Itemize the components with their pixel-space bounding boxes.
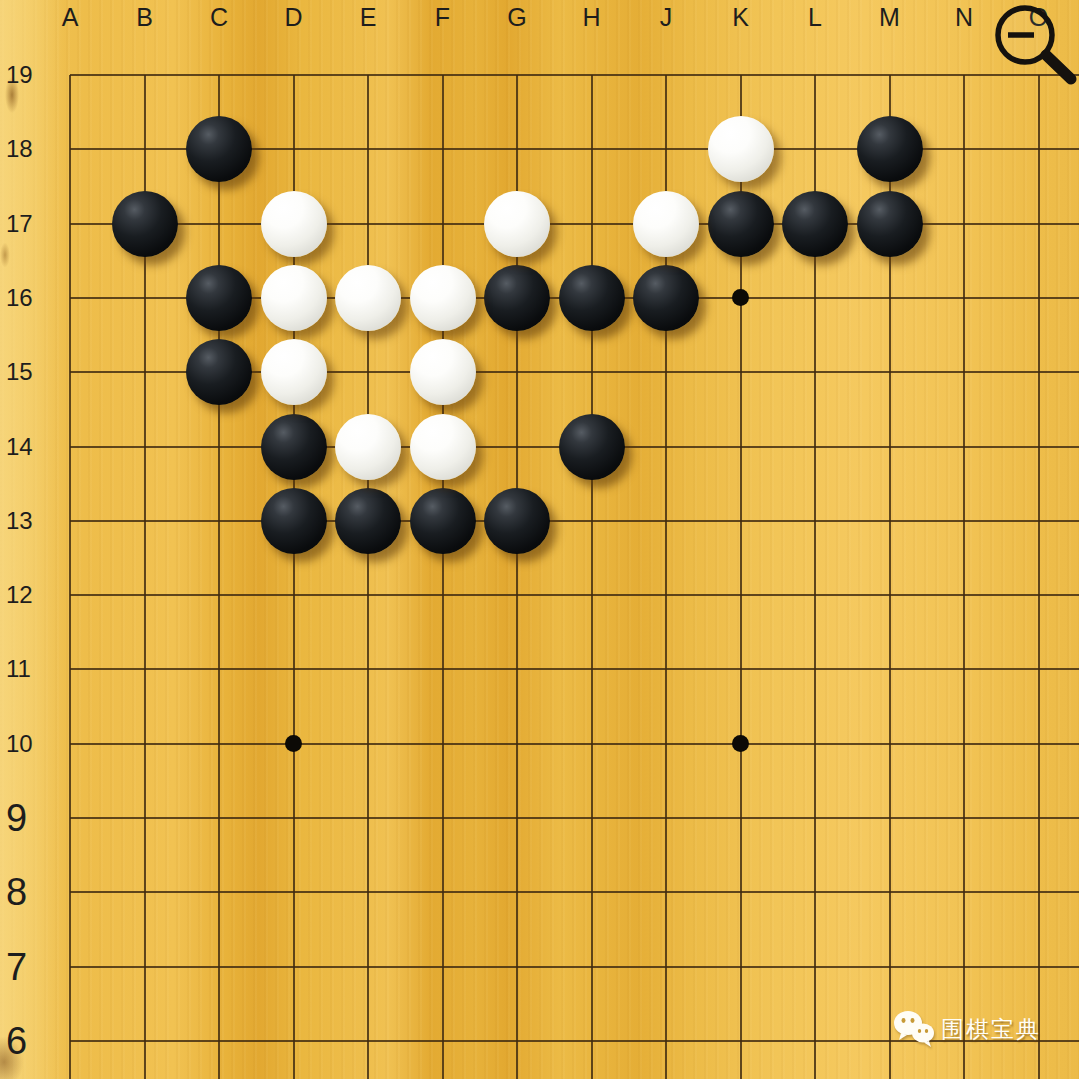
grid-vline-C — [218, 75, 220, 1079]
stone-white-F15 — [410, 339, 476, 405]
grid-vline-F — [442, 75, 444, 1079]
stone-black-C18 — [186, 116, 252, 182]
stone-black-F13 — [410, 488, 476, 554]
stone-white-D16 — [261, 265, 327, 331]
grid-hline-12 — [70, 594, 1079, 596]
stone-black-L17 — [782, 191, 848, 257]
stone-white-K18 — [708, 116, 774, 182]
grid-vline-H — [591, 75, 593, 1079]
row-label-7: 7 — [6, 944, 58, 990]
grid-hline-9 — [70, 817, 1079, 819]
row-label-10: 10 — [6, 727, 58, 761]
zoom-out-icon[interactable] — [985, 0, 1079, 95]
stone-black-M17 — [857, 191, 923, 257]
column-label-F: F — [421, 3, 465, 32]
column-label-H: H — [570, 3, 614, 32]
grid-hline-10 — [70, 743, 1079, 745]
star-point-D10 — [285, 735, 302, 752]
stone-black-M18 — [857, 116, 923, 182]
column-label-D: D — [272, 3, 316, 32]
stone-black-H14 — [559, 414, 625, 480]
stone-black-B17 — [112, 191, 178, 257]
grid-vline-O — [1038, 75, 1040, 1079]
row-label-18: 18 — [6, 132, 58, 166]
grid-hline-7 — [70, 966, 1079, 968]
row-label-12: 12 — [6, 578, 58, 612]
column-label-E: E — [346, 3, 390, 32]
stone-black-H16 — [559, 265, 625, 331]
stone-white-G17 — [484, 191, 550, 257]
star-point-K10 — [732, 735, 749, 752]
column-label-B: B — [123, 3, 167, 32]
column-label-N: N — [942, 3, 986, 32]
stone-white-E16 — [335, 265, 401, 331]
watermark-text: 围棋宝典 — [941, 1014, 1041, 1045]
row-label-17: 17 — [6, 207, 58, 241]
stone-black-D14 — [261, 414, 327, 480]
grid-hline-17 — [70, 223, 1079, 225]
column-label-J: J — [644, 3, 688, 32]
stone-black-K17 — [708, 191, 774, 257]
grid-hline-19 — [70, 74, 1079, 76]
star-point-K16 — [732, 289, 749, 306]
grid-vline-N — [963, 75, 965, 1079]
stone-black-G13 — [484, 488, 550, 554]
column-label-C: C — [197, 3, 241, 32]
stone-black-J16 — [633, 265, 699, 331]
column-label-M: M — [868, 3, 912, 32]
app-watermark: 围棋宝典 — [893, 1007, 1041, 1051]
stone-white-D15 — [261, 339, 327, 405]
grid-hline-8 — [70, 891, 1079, 893]
row-label-13: 13 — [6, 504, 58, 538]
column-label-K: K — [719, 3, 763, 32]
stone-black-G16 — [484, 265, 550, 331]
stone-white-F16 — [410, 265, 476, 331]
grid-hline-11 — [70, 668, 1079, 670]
row-label-14: 14 — [6, 430, 58, 464]
wechat-icon — [893, 1009, 935, 1049]
column-label-L: L — [793, 3, 837, 32]
grid-vline-A — [69, 75, 71, 1079]
grid-vline-E — [367, 75, 369, 1079]
stone-white-E14 — [335, 414, 401, 480]
stone-white-F14 — [410, 414, 476, 480]
stone-black-D13 — [261, 488, 327, 554]
stone-white-J17 — [633, 191, 699, 257]
row-label-8: 8 — [6, 869, 58, 915]
stone-black-C16 — [186, 265, 252, 331]
row-label-9: 9 — [6, 795, 58, 841]
go-app-screenshot: ABCDEFGHJKLMNO191817161514131211109876 围… — [0, 0, 1079, 1079]
row-label-11: 11 — [6, 652, 58, 686]
column-label-G: G — [495, 3, 539, 32]
stone-black-C15 — [186, 339, 252, 405]
row-label-6: 6 — [6, 1018, 58, 1064]
stone-white-D17 — [261, 191, 327, 257]
stone-black-E13 — [335, 488, 401, 554]
magnifier-handle — [1046, 55, 1071, 79]
row-label-16: 16 — [6, 281, 58, 315]
column-label-A: A — [48, 3, 92, 32]
grid-hline-13 — [70, 520, 1079, 522]
row-label-15: 15 — [6, 355, 58, 389]
row-label-19: 19 — [6, 58, 58, 92]
